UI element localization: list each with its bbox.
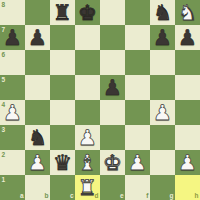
- square-a2[interactable]: 2: [0, 150, 25, 175]
- square-c1[interactable]: c: [50, 175, 75, 200]
- black-pawn[interactable]: ♟: [175, 25, 200, 50]
- rank-label-8: 8: [2, 2, 6, 9]
- square-g5[interactable]: [150, 75, 175, 100]
- square-e7[interactable]: [100, 25, 125, 50]
- square-a6[interactable]: 6: [0, 50, 25, 75]
- square-g3[interactable]: [150, 125, 175, 150]
- square-a4[interactable]: 4♟: [0, 100, 25, 125]
- black-king[interactable]: ♚: [75, 0, 100, 25]
- square-h7[interactable]: ♟: [175, 25, 200, 50]
- square-f5[interactable]: [125, 75, 150, 100]
- square-b6[interactable]: [25, 50, 50, 75]
- square-c7[interactable]: [50, 25, 75, 50]
- square-h6[interactable]: [175, 50, 200, 75]
- square-f1[interactable]: f: [125, 175, 150, 200]
- square-d8[interactable]: ♚: [75, 0, 100, 25]
- white-pawn[interactable]: ♟: [150, 100, 175, 125]
- square-g6[interactable]: [150, 50, 175, 75]
- square-a8[interactable]: 8: [0, 0, 25, 25]
- file-label-a: a: [20, 193, 24, 200]
- square-f8[interactable]: [125, 0, 150, 25]
- square-d1[interactable]: d♜: [75, 175, 100, 200]
- square-a1[interactable]: 1a: [0, 175, 25, 200]
- square-c2[interactable]: ♛: [50, 150, 75, 175]
- square-e4[interactable]: [100, 100, 125, 125]
- square-g1[interactable]: g: [150, 175, 175, 200]
- rank-label-6: 6: [2, 52, 6, 59]
- square-b2[interactable]: ♟: [25, 150, 50, 175]
- square-c6[interactable]: [50, 50, 75, 75]
- square-h8[interactable]: ♞: [175, 0, 200, 25]
- black-pawn[interactable]: ♟: [0, 25, 25, 50]
- square-c4[interactable]: [50, 100, 75, 125]
- square-f3[interactable]: [125, 125, 150, 150]
- white-pawn[interactable]: ♟: [175, 150, 200, 175]
- rank-label-2: 2: [2, 152, 6, 159]
- square-b7[interactable]: ♟: [25, 25, 50, 50]
- square-b4[interactable]: [25, 100, 50, 125]
- square-f7[interactable]: [125, 25, 150, 50]
- square-d3[interactable]: ♟: [75, 125, 100, 150]
- square-e6[interactable]: [100, 50, 125, 75]
- square-g4[interactable]: ♟: [150, 100, 175, 125]
- square-b3[interactable]: ♞: [25, 125, 50, 150]
- square-d4[interactable]: [75, 100, 100, 125]
- square-c5[interactable]: [50, 75, 75, 100]
- square-d2[interactable]: ♝: [75, 150, 100, 175]
- white-pawn[interactable]: ♟: [0, 100, 25, 125]
- square-f2[interactable]: ♟: [125, 150, 150, 175]
- square-e1[interactable]: e: [100, 175, 125, 200]
- square-e5[interactable]: ♟: [100, 75, 125, 100]
- square-a5[interactable]: 5: [0, 75, 25, 100]
- black-knight[interactable]: ♞: [150, 0, 175, 25]
- black-pawn[interactable]: ♟: [150, 25, 175, 50]
- square-a3[interactable]: 3: [0, 125, 25, 150]
- file-label-b: b: [45, 193, 49, 200]
- square-g7[interactable]: ♟: [150, 25, 175, 50]
- square-b1[interactable]: b: [25, 175, 50, 200]
- square-b8[interactable]: [25, 0, 50, 25]
- square-a7[interactable]: 7♟: [0, 25, 25, 50]
- rank-label-5: 5: [2, 77, 6, 84]
- white-pawn[interactable]: ♟: [125, 150, 150, 175]
- rank-label-3: 3: [2, 127, 6, 134]
- rank-label-1: 1: [2, 177, 6, 184]
- black-rook[interactable]: ♜: [50, 0, 75, 25]
- square-f4[interactable]: [125, 100, 150, 125]
- file-label-h: h: [195, 193, 199, 200]
- file-label-g: g: [170, 193, 174, 200]
- white-pawn[interactable]: ♟: [75, 125, 100, 150]
- black-pawn[interactable]: ♟: [25, 25, 50, 50]
- square-e8[interactable]: [100, 0, 125, 25]
- white-king[interactable]: ♚: [100, 150, 125, 175]
- square-h4[interactable]: [175, 100, 200, 125]
- square-c8[interactable]: ♜: [50, 0, 75, 25]
- square-f6[interactable]: [125, 50, 150, 75]
- black-knight[interactable]: ♞: [25, 125, 50, 150]
- white-pawn[interactable]: ♟: [25, 150, 50, 175]
- square-g2[interactable]: [150, 150, 175, 175]
- white-rook[interactable]: ♜: [75, 175, 100, 200]
- file-label-c: c: [70, 193, 74, 200]
- square-h1[interactable]: h: [175, 175, 200, 200]
- file-label-f: f: [146, 193, 148, 200]
- chess-board: 8♜♚♞♞7♟♟♟♟65♟4♟♟3♞♟2♟♛♝♚♟♟1abcd♜efgh: [0, 0, 200, 200]
- square-e2[interactable]: ♚: [100, 150, 125, 175]
- square-b5[interactable]: [25, 75, 50, 100]
- square-h3[interactable]: [175, 125, 200, 150]
- file-label-e: e: [120, 193, 124, 200]
- white-knight[interactable]: ♞: [175, 0, 200, 25]
- square-g8[interactable]: ♞: [150, 0, 175, 25]
- square-h2[interactable]: ♟: [175, 150, 200, 175]
- square-d6[interactable]: [75, 50, 100, 75]
- black-pawn[interactable]: ♟: [100, 75, 125, 100]
- white-bishop[interactable]: ♝: [75, 150, 100, 175]
- black-queen[interactable]: ♛: [50, 150, 75, 175]
- square-e3[interactable]: [100, 125, 125, 150]
- square-c3[interactable]: [50, 125, 75, 150]
- square-h5[interactable]: [175, 75, 200, 100]
- square-d5[interactable]: [75, 75, 100, 100]
- square-d7[interactable]: [75, 25, 100, 50]
